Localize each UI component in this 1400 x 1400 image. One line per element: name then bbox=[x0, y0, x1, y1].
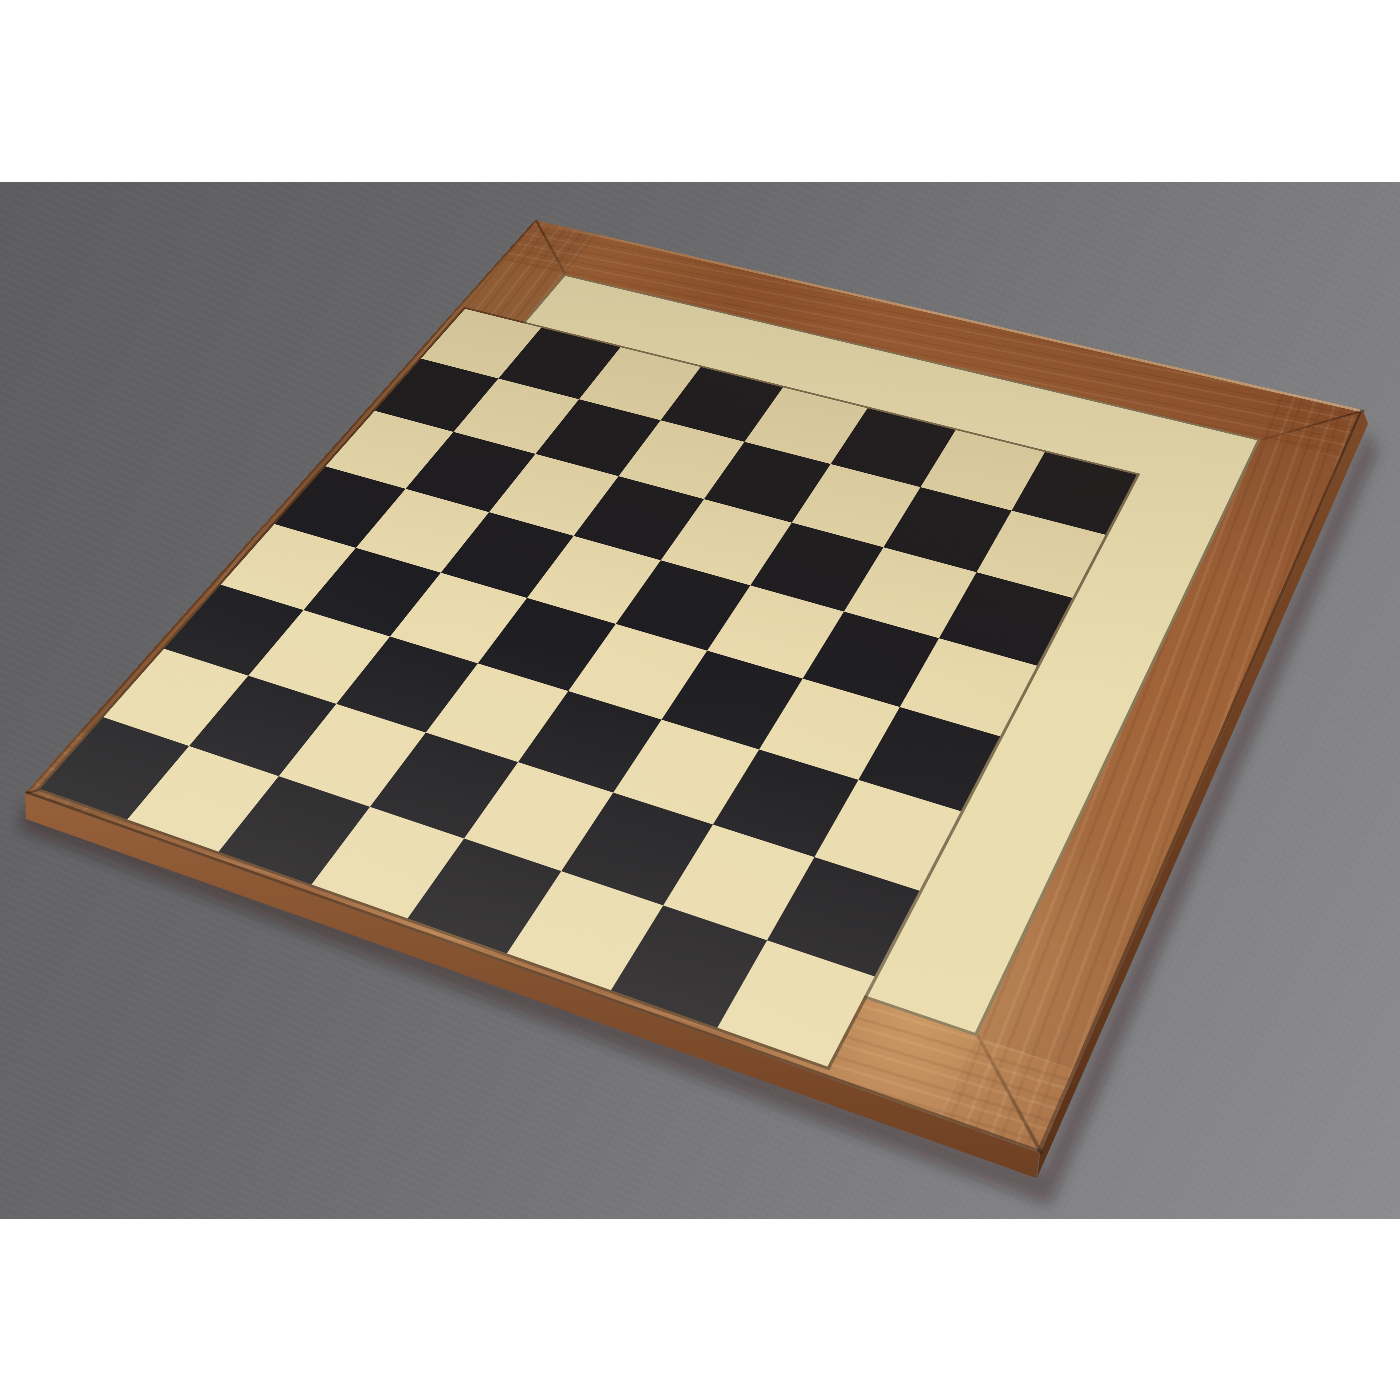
top-white-band bbox=[0, 0, 1400, 182]
bottom-white-band bbox=[0, 1219, 1400, 1400]
product-photo bbox=[0, 0, 1400, 1400]
